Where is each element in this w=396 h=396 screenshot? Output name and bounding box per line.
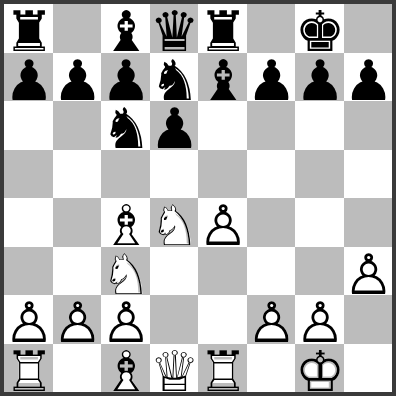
square-c1[interactable]: ♝♗: [101, 344, 150, 393]
black-pawn-piece[interactable]: ♟: [53, 53, 102, 102]
white-knight-piece[interactable]: ♞♘: [150, 198, 199, 247]
square-d2[interactable]: [150, 295, 199, 344]
square-e1[interactable]: ♜♖: [198, 344, 247, 393]
white-bishop-piece[interactable]: ♝♗: [101, 198, 150, 247]
square-f7[interactable]: ♟: [247, 53, 296, 102]
square-a1[interactable]: ♜♖: [4, 344, 53, 393]
square-h6[interactable]: [344, 101, 393, 150]
white-pawn-piece[interactable]: ♟♙: [4, 295, 53, 344]
black-bishop-piece[interactable]: ♝: [198, 53, 247, 102]
square-h7[interactable]: ♟: [344, 53, 393, 102]
white-king-piece[interactable]: ♚♔: [295, 344, 344, 393]
square-f3[interactable]: [247, 247, 296, 296]
square-d6[interactable]: ♟: [150, 101, 199, 150]
black-bishop-piece[interactable]: ♝: [101, 4, 150, 53]
white-queen-piece[interactable]: ♛♕: [150, 344, 199, 393]
white-piece-outline: ♗: [101, 344, 151, 396]
square-d1[interactable]: ♛♕: [150, 344, 199, 393]
square-g8[interactable]: ♚: [295, 4, 344, 53]
square-a4[interactable]: [4, 198, 53, 247]
square-e3[interactable]: [198, 247, 247, 296]
square-f1[interactable]: [247, 344, 296, 393]
white-rook-piece[interactable]: ♜♖: [4, 344, 53, 393]
square-f8[interactable]: [247, 4, 296, 53]
black-rook-piece[interactable]: ♜: [4, 4, 53, 53]
square-e8[interactable]: ♜: [198, 4, 247, 53]
square-h5[interactable]: [344, 150, 393, 199]
square-f6[interactable]: [247, 101, 296, 150]
white-pawn-piece[interactable]: ♟♙: [247, 295, 296, 344]
square-c6[interactable]: ♞: [101, 101, 150, 150]
square-c7[interactable]: ♟: [101, 53, 150, 102]
black-pawn-piece[interactable]: ♟: [4, 53, 53, 102]
black-pawn-piece[interactable]: ♟: [101, 53, 150, 102]
white-knight-piece[interactable]: ♞♘: [101, 247, 150, 296]
white-pawn-piece[interactable]: ♟♙: [53, 295, 102, 344]
square-f5[interactable]: [247, 150, 296, 199]
square-b4[interactable]: [53, 198, 102, 247]
square-c4[interactable]: ♝♗: [101, 198, 150, 247]
black-knight-piece[interactable]: ♞: [150, 53, 199, 102]
square-b8[interactable]: [53, 4, 102, 53]
square-g1[interactable]: ♚♔: [295, 344, 344, 393]
square-b1[interactable]: [53, 344, 102, 393]
square-b7[interactable]: ♟: [53, 53, 102, 102]
square-b5[interactable]: [53, 150, 102, 199]
square-a2[interactable]: ♟♙: [4, 295, 53, 344]
square-g4[interactable]: [295, 198, 344, 247]
white-pawn-piece[interactable]: ♟♙: [198, 198, 247, 247]
chess-board: ♜♝♛♜♚♟♟♟♞♝♟♟♟♞♟♝♗♞♘♟♙♞♘♟♙♟♙♟♙♟♙♟♙♟♙♜♖♝♗♛…: [4, 4, 392, 392]
square-a8[interactable]: ♜: [4, 4, 53, 53]
black-knight-piece[interactable]: ♞: [101, 101, 150, 150]
black-king-piece[interactable]: ♚: [295, 4, 344, 53]
white-pawn-piece[interactable]: ♟♙: [344, 247, 393, 296]
square-e4[interactable]: ♟♙: [198, 198, 247, 247]
square-h1[interactable]: [344, 344, 393, 393]
square-c5[interactable]: [101, 150, 150, 199]
square-c3[interactable]: ♞♘: [101, 247, 150, 296]
square-f4[interactable]: [247, 198, 296, 247]
square-g6[interactable]: [295, 101, 344, 150]
white-piece-outline: ♖: [198, 344, 248, 396]
black-pawn-piece[interactable]: ♟: [344, 53, 393, 102]
black-rook-piece[interactable]: ♜: [198, 4, 247, 53]
square-c2[interactable]: ♟♙: [101, 295, 150, 344]
black-pawn-piece[interactable]: ♟: [150, 101, 199, 150]
black-pawn-piece[interactable]: ♟: [247, 53, 296, 102]
white-piece-outline: ♕: [150, 344, 200, 396]
square-a7[interactable]: ♟: [4, 53, 53, 102]
square-d7[interactable]: ♞: [150, 53, 199, 102]
square-e5[interactable]: [198, 150, 247, 199]
white-bishop-piece[interactable]: ♝♗: [101, 344, 150, 393]
square-a6[interactable]: [4, 101, 53, 150]
square-e7[interactable]: ♝: [198, 53, 247, 102]
square-h3[interactable]: ♟♙: [344, 247, 393, 296]
white-pawn-piece[interactable]: ♟♙: [295, 295, 344, 344]
square-b3[interactable]: [53, 247, 102, 296]
square-g5[interactable]: [295, 150, 344, 199]
square-f2[interactable]: ♟♙: [247, 295, 296, 344]
square-e6[interactable]: [198, 101, 247, 150]
square-b6[interactable]: [53, 101, 102, 150]
square-b2[interactable]: ♟♙: [53, 295, 102, 344]
black-queen-piece[interactable]: ♛: [150, 4, 199, 53]
square-d3[interactable]: [150, 247, 199, 296]
white-piece-outline: ♔: [295, 344, 345, 396]
square-d5[interactable]: [150, 150, 199, 199]
square-c8[interactable]: ♝: [101, 4, 150, 53]
square-h4[interactable]: [344, 198, 393, 247]
white-piece-outline: ♖: [4, 344, 54, 396]
square-a3[interactable]: [4, 247, 53, 296]
white-pawn-piece[interactable]: ♟♙: [101, 295, 150, 344]
square-e2[interactable]: [198, 295, 247, 344]
square-g7[interactable]: ♟: [295, 53, 344, 102]
square-h8[interactable]: [344, 4, 393, 53]
square-h2[interactable]: [344, 295, 393, 344]
chess-board-frame: ♜♝♛♜♚♟♟♟♞♝♟♟♟♞♟♝♗♞♘♟♙♞♘♟♙♟♙♟♙♟♙♟♙♟♙♜♖♝♗♛…: [0, 0, 396, 396]
black-pawn-piece[interactable]: ♟: [295, 53, 344, 102]
square-g2[interactable]: ♟♙: [295, 295, 344, 344]
square-a5[interactable]: [4, 150, 53, 199]
square-d4[interactable]: ♞♘: [150, 198, 199, 247]
square-g3[interactable]: [295, 247, 344, 296]
white-rook-piece[interactable]: ♜♖: [198, 344, 247, 393]
square-d8[interactable]: ♛: [150, 4, 199, 53]
